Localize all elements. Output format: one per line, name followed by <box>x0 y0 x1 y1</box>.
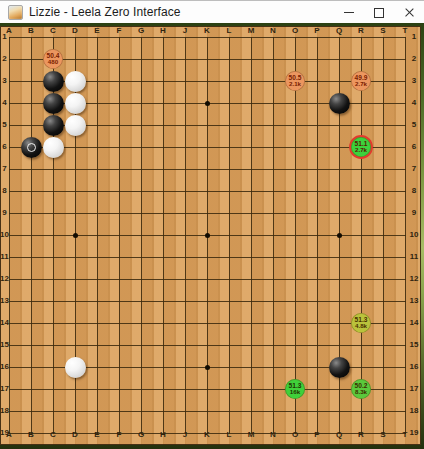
board-cell[interactable] <box>306 356 328 378</box>
board-cell[interactable] <box>108 114 130 136</box>
board-cell[interactable] <box>196 70 218 92</box>
board-cell[interactable] <box>350 180 372 202</box>
board-cell[interactable] <box>240 158 262 180</box>
board-cell[interactable] <box>196 246 218 268</box>
board-cell[interactable] <box>86 114 108 136</box>
board-cell[interactable] <box>108 158 130 180</box>
board-cell[interactable] <box>372 136 394 158</box>
board-cell[interactable] <box>152 334 174 356</box>
board-cell[interactable] <box>196 224 218 246</box>
board-cell[interactable] <box>20 334 42 356</box>
board-cell[interactable] <box>350 246 372 268</box>
board-cell[interactable] <box>130 312 152 334</box>
board-cell[interactable] <box>350 334 372 356</box>
board-cell[interactable] <box>64 378 86 400</box>
board-cell[interactable] <box>174 268 196 290</box>
board-cell[interactable] <box>284 268 306 290</box>
board-cell[interactable] <box>174 356 196 378</box>
board-cell[interactable] <box>20 356 42 378</box>
board-cell[interactable] <box>152 158 174 180</box>
board-cell[interactable] <box>174 400 196 422</box>
board-cell[interactable] <box>196 158 218 180</box>
board-cell[interactable] <box>86 312 108 334</box>
board-cell[interactable] <box>328 268 350 290</box>
board-cell[interactable] <box>240 114 262 136</box>
board-cell[interactable] <box>152 48 174 70</box>
board-cell[interactable] <box>174 224 196 246</box>
board-cell[interactable] <box>328 180 350 202</box>
board-cell[interactable] <box>196 92 218 114</box>
board-cell[interactable] <box>240 356 262 378</box>
board-cell[interactable] <box>372 114 394 136</box>
board-cell[interactable] <box>218 202 240 224</box>
board-cell[interactable] <box>196 290 218 312</box>
board-cell[interactable] <box>20 136 42 158</box>
board-cell[interactable] <box>262 268 284 290</box>
board-cell[interactable] <box>42 290 64 312</box>
board-cell[interactable] <box>218 378 240 400</box>
board-cell[interactable] <box>174 158 196 180</box>
board-cell[interactable] <box>130 48 152 70</box>
board-cell[interactable] <box>284 158 306 180</box>
board-cell[interactable] <box>328 246 350 268</box>
board-cell[interactable] <box>174 92 196 114</box>
board-cell[interactable] <box>130 224 152 246</box>
board-cell[interactable] <box>306 136 328 158</box>
board-cell[interactable] <box>152 114 174 136</box>
board-cell[interactable] <box>196 356 218 378</box>
board-cell[interactable] <box>240 48 262 70</box>
board-cell[interactable] <box>350 400 372 422</box>
board-cell[interactable] <box>20 158 42 180</box>
board-cell[interactable] <box>218 224 240 246</box>
board-cell[interactable] <box>108 378 130 400</box>
board-cell[interactable] <box>152 400 174 422</box>
board-cell[interactable] <box>284 136 306 158</box>
board-cell[interactable] <box>372 202 394 224</box>
board-cell[interactable] <box>86 378 108 400</box>
board-cell[interactable] <box>86 356 108 378</box>
board-cell[interactable] <box>152 70 174 92</box>
board-cell[interactable]: 51.34.8k <box>350 312 372 334</box>
board-cell[interactable] <box>108 290 130 312</box>
board-cell[interactable] <box>86 268 108 290</box>
board-cell[interactable] <box>130 246 152 268</box>
board-cell[interactable] <box>42 70 64 92</box>
board-cell[interactable] <box>196 48 218 70</box>
board-cell[interactable] <box>174 136 196 158</box>
board-cell[interactable] <box>306 114 328 136</box>
board-cell[interactable] <box>262 136 284 158</box>
analysis-candidate[interactable]: 50.52.1k <box>285 71 305 91</box>
board-cell[interactable] <box>372 356 394 378</box>
board-cell[interactable] <box>328 202 350 224</box>
board-cell[interactable] <box>86 246 108 268</box>
board-cell[interactable] <box>350 290 372 312</box>
board-cell[interactable] <box>174 334 196 356</box>
board-cell[interactable] <box>240 136 262 158</box>
board-cell[interactable] <box>218 246 240 268</box>
board-cell[interactable] <box>20 246 42 268</box>
board-cell[interactable] <box>130 136 152 158</box>
board-cell[interactable] <box>130 400 152 422</box>
board-cell[interactable] <box>42 158 64 180</box>
board-cell[interactable] <box>328 378 350 400</box>
board-cell[interactable] <box>284 400 306 422</box>
board-cell[interactable] <box>262 378 284 400</box>
board-cell[interactable] <box>86 334 108 356</box>
board-cell[interactable] <box>372 158 394 180</box>
board-cell[interactable] <box>196 114 218 136</box>
board-cell[interactable] <box>42 114 64 136</box>
board-cell[interactable] <box>174 378 196 400</box>
board-cell[interactable] <box>240 92 262 114</box>
board-cell[interactable] <box>196 180 218 202</box>
board-cell[interactable] <box>328 312 350 334</box>
board-cell[interactable] <box>328 92 350 114</box>
board-cell[interactable] <box>42 202 64 224</box>
board-cell[interactable] <box>262 312 284 334</box>
board-cell[interactable] <box>218 48 240 70</box>
board-cell[interactable] <box>64 356 86 378</box>
board-cell[interactable] <box>372 268 394 290</box>
board-cell[interactable] <box>240 202 262 224</box>
board-cell[interactable] <box>108 246 130 268</box>
board-cell[interactable] <box>64 334 86 356</box>
board-cell[interactable]: 50.28.3k <box>350 378 372 400</box>
board-cell[interactable] <box>174 114 196 136</box>
board-cell[interactable] <box>306 180 328 202</box>
board-cell[interactable] <box>152 136 174 158</box>
board-cell[interactable] <box>20 224 42 246</box>
board-cell[interactable] <box>306 158 328 180</box>
board-cell[interactable] <box>42 180 64 202</box>
board-cell[interactable] <box>108 180 130 202</box>
board-cell[interactable] <box>240 378 262 400</box>
board-cell[interactable] <box>328 136 350 158</box>
board-cell[interactable] <box>240 70 262 92</box>
board-cell[interactable] <box>218 114 240 136</box>
board-cell[interactable] <box>152 180 174 202</box>
board-cell[interactable] <box>86 136 108 158</box>
board-cell[interactable] <box>108 202 130 224</box>
board-cell[interactable] <box>262 334 284 356</box>
board-cell[interactable] <box>108 334 130 356</box>
board-cell[interactable] <box>20 114 42 136</box>
board-cell[interactable] <box>262 158 284 180</box>
board-cell[interactable] <box>240 180 262 202</box>
board-cell[interactable] <box>42 334 64 356</box>
board-cell[interactable] <box>86 70 108 92</box>
board-cell[interactable] <box>372 224 394 246</box>
board-cell[interactable] <box>64 92 86 114</box>
board-cell[interactable] <box>240 290 262 312</box>
board-cell[interactable] <box>130 202 152 224</box>
board-cell[interactable] <box>86 92 108 114</box>
board-cell[interactable] <box>196 378 218 400</box>
board-cell[interactable] <box>130 158 152 180</box>
board-cell[interactable]: 51.316k <box>284 378 306 400</box>
board-cell[interactable] <box>218 268 240 290</box>
board-cell[interactable] <box>218 158 240 180</box>
board-cell[interactable] <box>350 114 372 136</box>
board-cell[interactable] <box>20 378 42 400</box>
maximize-button[interactable] <box>364 2 394 23</box>
board-cell[interactable] <box>174 180 196 202</box>
board-cell[interactable] <box>372 378 394 400</box>
board-cell[interactable] <box>108 92 130 114</box>
board-cell[interactable] <box>86 158 108 180</box>
analysis-candidate[interactable]: 50.4480 <box>43 49 63 69</box>
board-cell[interactable] <box>196 312 218 334</box>
board-cell[interactable] <box>218 180 240 202</box>
board-cell[interactable] <box>372 70 394 92</box>
board-cell[interactable] <box>196 268 218 290</box>
board-cell[interactable] <box>20 92 42 114</box>
board-cell[interactable] <box>42 312 64 334</box>
board-cell[interactable] <box>284 334 306 356</box>
board-cell[interactable] <box>86 224 108 246</box>
board-cell[interactable] <box>86 180 108 202</box>
board-cell[interactable] <box>108 356 130 378</box>
board-cell[interactable] <box>86 290 108 312</box>
board-cell[interactable] <box>262 48 284 70</box>
board-cell[interactable] <box>42 268 64 290</box>
board-cell[interactable] <box>372 246 394 268</box>
board-cell[interactable] <box>350 158 372 180</box>
board-cell[interactable] <box>372 180 394 202</box>
board-cell[interactable] <box>262 290 284 312</box>
board-cell[interactable] <box>328 356 350 378</box>
board-cell[interactable] <box>86 48 108 70</box>
board-cell[interactable] <box>64 70 86 92</box>
board-cell[interactable] <box>262 92 284 114</box>
board-cell[interactable] <box>328 224 350 246</box>
board-cell[interactable] <box>152 378 174 400</box>
board-cell[interactable] <box>20 400 42 422</box>
board-cell[interactable] <box>130 378 152 400</box>
board-cell[interactable] <box>306 70 328 92</box>
board-cell[interactable] <box>262 114 284 136</box>
board-cell[interactable] <box>306 268 328 290</box>
board-cell[interactable] <box>372 312 394 334</box>
board-cell[interactable] <box>20 48 42 70</box>
board-cell[interactable] <box>240 246 262 268</box>
board-cell[interactable] <box>152 312 174 334</box>
board-cell[interactable] <box>350 268 372 290</box>
board-cell[interactable] <box>350 202 372 224</box>
board-cell[interactable] <box>174 202 196 224</box>
board-cell[interactable] <box>262 180 284 202</box>
board-cell[interactable] <box>350 48 372 70</box>
board-cell[interactable] <box>130 92 152 114</box>
board-cell[interactable] <box>174 70 196 92</box>
board-cell[interactable] <box>328 158 350 180</box>
board-cell[interactable] <box>130 114 152 136</box>
board-cell[interactable] <box>284 180 306 202</box>
board-cell[interactable] <box>284 114 306 136</box>
board-cell[interactable] <box>174 246 196 268</box>
board-cell[interactable] <box>152 224 174 246</box>
board-cell[interactable] <box>262 224 284 246</box>
analysis-candidate[interactable]: 51.316k <box>285 379 305 399</box>
board-cell[interactable] <box>108 400 130 422</box>
board-cell[interactable] <box>130 70 152 92</box>
board-cell[interactable] <box>306 378 328 400</box>
board-cell[interactable] <box>42 92 64 114</box>
board-cell[interactable] <box>262 356 284 378</box>
board-cell[interactable] <box>262 246 284 268</box>
board-cell[interactable] <box>306 48 328 70</box>
board-cell[interactable] <box>20 268 42 290</box>
board-cell[interactable] <box>218 356 240 378</box>
analysis-candidate[interactable]: 51.12.7k <box>351 137 371 157</box>
board-cell[interactable] <box>350 356 372 378</box>
close-button[interactable] <box>394 2 424 23</box>
board-cell[interactable] <box>64 180 86 202</box>
board-cell[interactable] <box>328 48 350 70</box>
board-cell[interactable] <box>306 202 328 224</box>
board-cell[interactable] <box>152 356 174 378</box>
board-cell[interactable] <box>130 290 152 312</box>
board-cell[interactable] <box>284 92 306 114</box>
analysis-candidate[interactable]: 51.34.8k <box>351 313 371 333</box>
board-cell[interactable] <box>196 136 218 158</box>
board-cell[interactable] <box>42 400 64 422</box>
board-cell[interactable] <box>372 92 394 114</box>
board-cell[interactable] <box>196 334 218 356</box>
board-cell[interactable] <box>350 92 372 114</box>
board-cell[interactable] <box>262 400 284 422</box>
board-cell[interactable] <box>64 224 86 246</box>
board-cell[interactable] <box>64 312 86 334</box>
minimize-button[interactable] <box>334 2 364 23</box>
board-cell[interactable] <box>306 92 328 114</box>
board-cell[interactable] <box>64 136 86 158</box>
board-cell[interactable] <box>86 202 108 224</box>
board-cell[interactable] <box>328 290 350 312</box>
board-cell[interactable] <box>108 312 130 334</box>
analysis-candidate[interactable]: 50.28.3k <box>351 379 371 399</box>
title-bar[interactable]: Lizzie - Leela Zero Interface <box>0 0 424 23</box>
board-cell[interactable] <box>42 224 64 246</box>
board-cell[interactable] <box>284 246 306 268</box>
board-cell[interactable] <box>284 356 306 378</box>
board-cell[interactable] <box>240 268 262 290</box>
board-cell[interactable] <box>328 114 350 136</box>
board-cell[interactable] <box>152 290 174 312</box>
board-cell[interactable] <box>218 70 240 92</box>
board-cell[interactable] <box>306 246 328 268</box>
board-cell[interactable] <box>42 356 64 378</box>
board-cell[interactable] <box>218 334 240 356</box>
board-cell[interactable] <box>152 92 174 114</box>
board-cell[interactable] <box>262 202 284 224</box>
board-cell[interactable] <box>42 378 64 400</box>
board-cell[interactable] <box>20 202 42 224</box>
analysis-candidate[interactable]: 49.92.7k <box>351 71 371 91</box>
board-cell[interactable] <box>240 334 262 356</box>
board-cell[interactable] <box>284 48 306 70</box>
board-cell[interactable] <box>64 114 86 136</box>
board-cell[interactable] <box>64 290 86 312</box>
board-cell[interactable] <box>372 400 394 422</box>
board-cell[interactable] <box>108 48 130 70</box>
board-cell[interactable] <box>64 246 86 268</box>
board-cell[interactable] <box>152 202 174 224</box>
board-cell[interactable] <box>372 290 394 312</box>
board-cell[interactable] <box>196 400 218 422</box>
board-cell[interactable] <box>174 312 196 334</box>
board-cell[interactable] <box>284 312 306 334</box>
board-cell[interactable] <box>350 224 372 246</box>
board-cell[interactable]: 51.12.7k <box>350 136 372 158</box>
board-cell[interactable] <box>20 312 42 334</box>
board-cell[interactable] <box>284 224 306 246</box>
board-cell[interactable] <box>130 268 152 290</box>
board-cell[interactable] <box>108 268 130 290</box>
board-cell[interactable] <box>306 290 328 312</box>
board-cell[interactable] <box>20 180 42 202</box>
board-cell[interactable] <box>218 136 240 158</box>
board-cell[interactable] <box>152 268 174 290</box>
board-cell[interactable] <box>306 334 328 356</box>
board-cell[interactable] <box>108 70 130 92</box>
board-cell[interactable] <box>130 180 152 202</box>
board-cell[interactable] <box>64 268 86 290</box>
board-cell[interactable] <box>218 92 240 114</box>
board-cell[interactable]: 50.4480 <box>42 48 64 70</box>
board-cell[interactable] <box>306 224 328 246</box>
board-cell[interactable] <box>284 290 306 312</box>
board-cell[interactable] <box>108 136 130 158</box>
board-cell[interactable] <box>372 334 394 356</box>
board-cell[interactable] <box>42 246 64 268</box>
board-cell[interactable] <box>262 70 284 92</box>
board-cell[interactable] <box>64 48 86 70</box>
board-cell[interactable] <box>218 290 240 312</box>
board-cell[interactable] <box>240 224 262 246</box>
board-cell[interactable] <box>372 48 394 70</box>
board-cell[interactable] <box>328 334 350 356</box>
board-cell[interactable] <box>20 290 42 312</box>
board-cell[interactable] <box>218 312 240 334</box>
board-cell[interactable] <box>218 400 240 422</box>
board-cell[interactable] <box>130 356 152 378</box>
board-cell[interactable] <box>306 312 328 334</box>
board-cell[interactable] <box>174 48 196 70</box>
board-cell[interactable]: 49.92.7k <box>350 70 372 92</box>
board-cell[interactable] <box>152 246 174 268</box>
board-cell[interactable] <box>240 312 262 334</box>
board-cell[interactable] <box>20 70 42 92</box>
board-cell[interactable] <box>130 334 152 356</box>
board-cell[interactable]: 50.52.1k <box>284 70 306 92</box>
board-cell[interactable] <box>328 400 350 422</box>
board-cell[interactable] <box>196 202 218 224</box>
board-cell[interactable] <box>240 400 262 422</box>
board-cell[interactable] <box>42 136 64 158</box>
board-cell[interactable] <box>108 224 130 246</box>
board-cell[interactable] <box>306 400 328 422</box>
board-cell[interactable] <box>64 400 86 422</box>
board-cell[interactable] <box>86 400 108 422</box>
board-cell[interactable] <box>64 158 86 180</box>
board-cell[interactable] <box>328 70 350 92</box>
board-cell[interactable] <box>64 202 86 224</box>
board-cell[interactable] <box>174 290 196 312</box>
board-cell[interactable] <box>284 202 306 224</box>
